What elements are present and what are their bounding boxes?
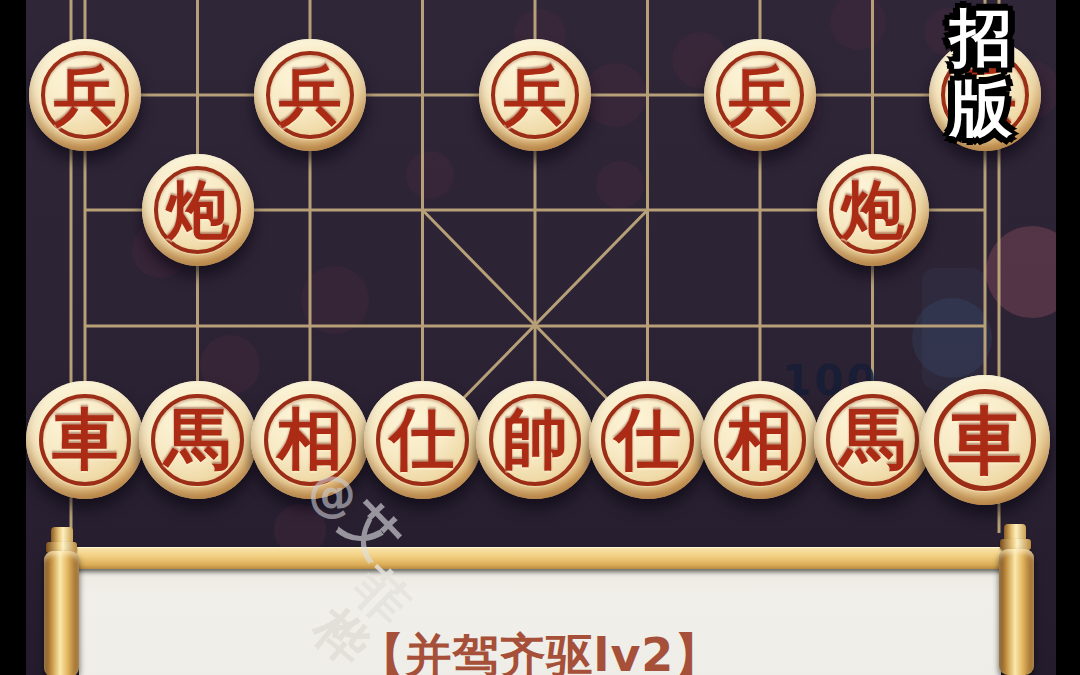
letterbox-left: [0, 0, 26, 675]
xiangqi-screen: 100 兵兵兵兵兵炮炮車馬相仕帥仕相馬車 【并驾齐驱lv2】 @ 艾 菲 桦 招…: [0, 0, 1080, 675]
piece-glyph: 相: [277, 407, 343, 473]
piece-red-elephant-right[interactable]: 相: [701, 381, 819, 499]
stamp-char: 招: [938, 2, 1024, 73]
piece-red-soldier-4[interactable]: 兵: [704, 39, 816, 151]
piece-glyph: 相: [727, 407, 793, 473]
piece-glyph: 兵: [54, 64, 117, 127]
piece-glyph: 兵: [729, 64, 792, 127]
piece-glyph: 馬: [165, 407, 231, 473]
piece-glyph: 仕: [615, 407, 681, 473]
piece-red-soldier-1[interactable]: 兵: [29, 39, 141, 151]
piece-glyph: 仕: [390, 407, 456, 473]
pieces-layer: 兵兵兵兵兵炮炮車馬相仕帥仕相馬車: [0, 0, 1080, 675]
piece-glyph: 兵: [279, 64, 342, 127]
piece-red-soldier-3[interactable]: 兵: [479, 39, 591, 151]
piece-glyph: 馬: [840, 407, 906, 473]
piece-glyph: 炮: [841, 179, 904, 242]
stamp-text: 招 版: [938, 2, 1024, 144]
watermark-at-symbol: @: [308, 470, 356, 518]
piece-glyph: 帥: [502, 407, 568, 473]
piece-red-chariot-left[interactable]: 車: [26, 381, 144, 499]
piece-red-advisor-left[interactable]: 仕: [364, 381, 482, 499]
piece-red-general[interactable]: 帥: [476, 381, 594, 499]
piece-red-advisor-right[interactable]: 仕: [589, 381, 707, 499]
piece-red-cannon-right[interactable]: 炮: [817, 154, 929, 266]
piece-red-soldier-2[interactable]: 兵: [254, 39, 366, 151]
piece-glyph: 車: [949, 404, 1022, 477]
piece-red-chariot-right[interactable]: 車: [920, 375, 1050, 505]
piece-red-cannon-left[interactable]: 炮: [142, 154, 254, 266]
stamp-char: 版: [938, 73, 1024, 144]
letterbox-right: [1056, 0, 1080, 675]
piece-glyph: 車: [52, 407, 118, 473]
piece-red-horse-right[interactable]: 馬: [814, 381, 932, 499]
piece-glyph: 兵: [504, 64, 567, 127]
piece-red-horse-left[interactable]: 馬: [139, 381, 257, 499]
piece-glyph: 炮: [166, 179, 229, 242]
